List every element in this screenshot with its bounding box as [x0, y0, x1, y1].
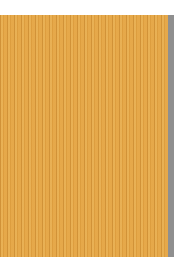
row-labels [174, 15, 188, 257]
go-board-surface[interactable] [0, 15, 168, 257]
column-labels [0, 0, 188, 15]
go-diagram [0, 0, 188, 257]
